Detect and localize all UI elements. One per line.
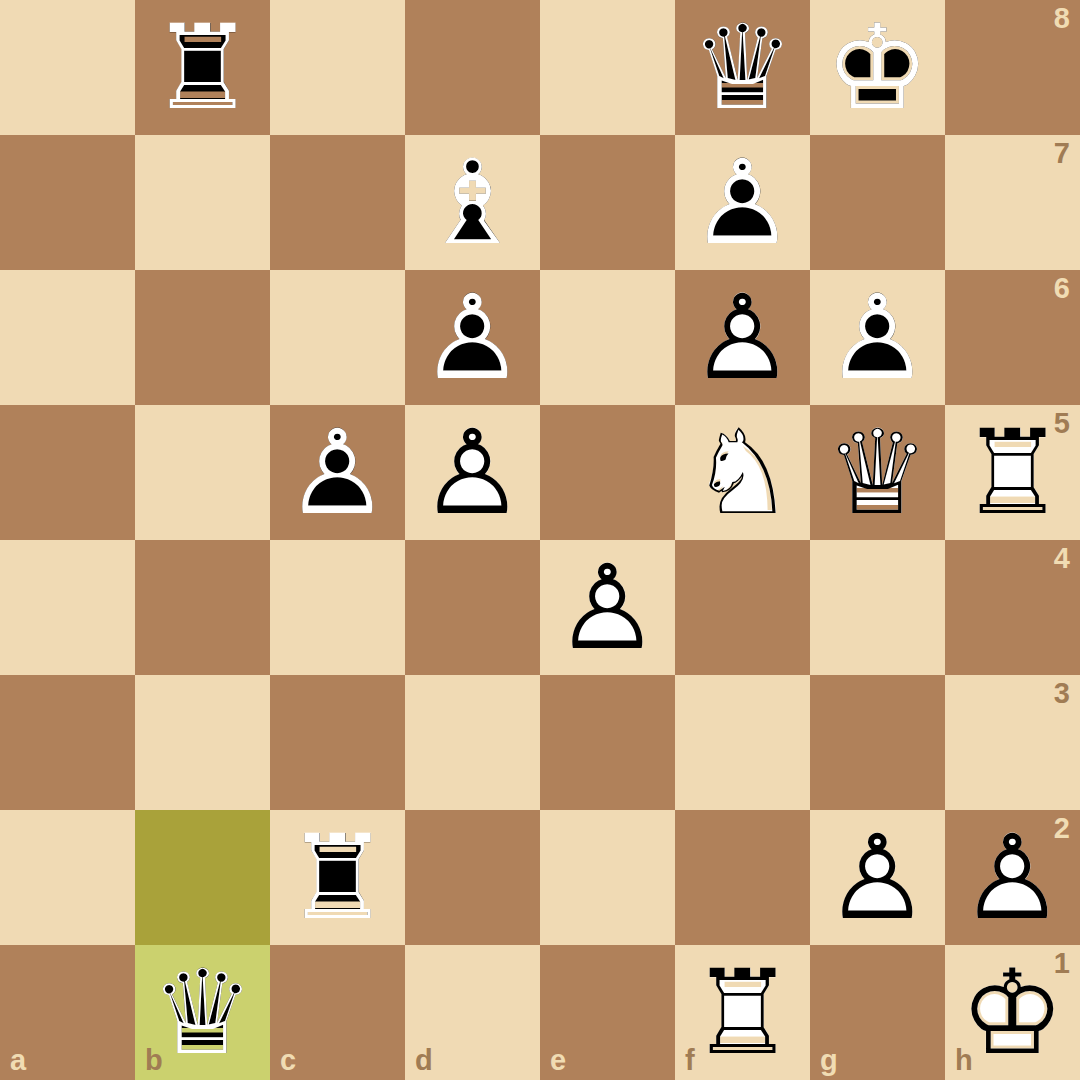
piece-black-pawn[interactable]: ♟♙ [405,270,540,405]
white-pawn-outline-icon: ♙ [675,270,810,405]
piece-white-pawn[interactable]: ♟♙ [810,810,945,945]
square-f2[interactable] [675,810,810,945]
black-pawn-icon: ♟ [405,270,540,405]
black-king-outline-icon: ♔ [810,0,945,135]
white-pawn-icon: ♟ [405,405,540,540]
white-rook-icon: ♜ [675,945,810,1080]
white-knight-icon: ♞ [675,405,810,540]
square-c8[interactable] [270,0,405,135]
square-h6[interactable]: 6 [945,270,1080,405]
coord-label-rank-4: 4 [1054,544,1070,573]
piece-black-pawn[interactable]: ♟♙ [270,405,405,540]
piece-black-queen[interactable]: ♛♕ [675,0,810,135]
coord-label-file-a: a [10,1046,26,1075]
white-rook-outline-icon: ♖ [675,945,810,1080]
square-a5[interactable] [0,405,135,540]
black-rook-outline-icon: ♖ [135,0,270,135]
piece-black-rook[interactable]: ♜♖ [270,810,405,945]
coord-label-rank-7: 7 [1054,139,1070,168]
black-rook-outline-icon: ♖ [270,810,405,945]
square-e3[interactable] [540,675,675,810]
piece-white-knight[interactable]: ♞♘ [675,405,810,540]
square-h8[interactable]: 8 [945,0,1080,135]
white-pawn-outline-icon: ♙ [540,540,675,675]
square-d2[interactable] [405,810,540,945]
square-b1[interactable]: ♛♕b [135,945,270,1080]
piece-white-pawn[interactable]: ♟♙ [675,270,810,405]
coord-label-file-d: d [415,1046,433,1075]
piece-white-pawn[interactable]: ♟♙ [405,405,540,540]
square-d3[interactable] [405,675,540,810]
square-f6[interactable]: ♟♙ [675,270,810,405]
black-pawn-icon: ♟ [270,405,405,540]
square-g1[interactable]: g [810,945,945,1080]
white-pawn-outline-icon: ♙ [810,810,945,945]
square-c5[interactable]: ♟♙ [270,405,405,540]
square-b2[interactable] [135,810,270,945]
black-pawn-outline-icon: ♙ [810,270,945,405]
coord-label-file-h: h [955,1046,973,1075]
square-b6[interactable] [135,270,270,405]
black-pawn-outline-icon: ♙ [675,135,810,270]
square-a1[interactable]: a [0,945,135,1080]
square-f4[interactable] [675,540,810,675]
black-pawn-outline-icon: ♙ [270,405,405,540]
white-knight-outline-icon: ♘ [675,405,810,540]
square-g2[interactable]: ♟♙ [810,810,945,945]
square-a8[interactable] [0,0,135,135]
square-e8[interactable] [540,0,675,135]
square-a7[interactable] [0,135,135,270]
square-b8[interactable]: ♜♖ [135,0,270,135]
square-e5[interactable] [540,405,675,540]
white-queen-icon: ♛ [810,405,945,540]
square-c3[interactable] [270,675,405,810]
square-e1[interactable]: e [540,945,675,1080]
square-c7[interactable] [270,135,405,270]
square-c4[interactable] [270,540,405,675]
black-pawn-icon: ♟ [810,270,945,405]
coord-label-file-b: b [145,1046,163,1075]
black-pawn-outline-icon: ♙ [405,270,540,405]
square-e7[interactable] [540,135,675,270]
piece-black-pawn[interactable]: ♟♙ [675,135,810,270]
square-h4[interactable]: 4 [945,540,1080,675]
piece-black-rook[interactable]: ♜♖ [135,0,270,135]
coord-label-file-e: e [550,1046,566,1075]
square-b7[interactable] [135,135,270,270]
square-b5[interactable] [135,405,270,540]
white-pawn-icon: ♟ [675,270,810,405]
piece-white-pawn[interactable]: ♟♙ [540,540,675,675]
square-b4[interactable] [135,540,270,675]
coord-label-rank-8: 8 [1054,4,1070,33]
square-c6[interactable] [270,270,405,405]
white-queen-outline-icon: ♕ [810,405,945,540]
square-h1[interactable]: ♚♔h1 [945,945,1080,1080]
square-d4[interactable] [405,540,540,675]
square-d6[interactable]: ♟♙ [405,270,540,405]
white-pawn-icon: ♟ [810,810,945,945]
black-rook-icon: ♜ [135,0,270,135]
piece-white-rook[interactable]: ♜♖ [675,945,810,1080]
coord-label-rank-5: 5 [1054,409,1070,438]
black-queen-icon: ♛ [675,0,810,135]
white-pawn-icon: ♟ [540,540,675,675]
square-g5[interactable]: ♛♕ [810,405,945,540]
square-d1[interactable]: d [405,945,540,1080]
black-king-icon: ♚ [810,0,945,135]
square-f7[interactable]: ♟♙ [675,135,810,270]
piece-black-bishop[interactable]: ♝♗ [405,135,540,270]
piece-white-queen[interactable]: ♛♕ [810,405,945,540]
square-g4[interactable] [810,540,945,675]
black-bishop-outline-icon: ♗ [405,135,540,270]
black-rook-icon: ♜ [270,810,405,945]
piece-black-pawn[interactable]: ♟♙ [810,270,945,405]
square-g8[interactable]: ♚♔ [810,0,945,135]
white-pawn-outline-icon: ♙ [405,405,540,540]
square-a2[interactable] [0,810,135,945]
square-e4[interactable]: ♟♙ [540,540,675,675]
square-d7[interactable]: ♝♗ [405,135,540,270]
square-g7[interactable] [810,135,945,270]
square-d5[interactable]: ♟♙ [405,405,540,540]
square-f8[interactable]: ♛♕ [675,0,810,135]
coord-label-file-g: g [820,1046,838,1075]
square-h3[interactable]: 3 [945,675,1080,810]
square-d8[interactable] [405,0,540,135]
black-bishop-icon: ♝ [405,135,540,270]
square-h5[interactable]: ♜♖5 [945,405,1080,540]
coord-label-rank-3: 3 [1054,679,1070,708]
square-c2[interactable]: ♜♖ [270,810,405,945]
square-a3[interactable] [0,675,135,810]
square-h7[interactable]: 7 [945,135,1080,270]
coord-label-rank-1: 1 [1054,949,1070,978]
square-e6[interactable] [540,270,675,405]
square-b3[interactable] [135,675,270,810]
square-h2[interactable]: ♟♙2 [945,810,1080,945]
coord-label-file-c: c [280,1046,296,1075]
coord-label-file-f: f [685,1046,695,1075]
square-f5[interactable]: ♞♘ [675,405,810,540]
square-g6[interactable]: ♟♙ [810,270,945,405]
square-g3[interactable] [810,675,945,810]
chess-board: ♜♖♛♕♚♔8♝♗♟♙7♟♙♟♙♟♙6♟♙♟♙♞♘♛♕♜♖5♟♙43♜♖♟♙♟♙… [0,0,1080,1080]
square-e2[interactable] [540,810,675,945]
square-f3[interactable] [675,675,810,810]
black-queen-outline-icon: ♕ [675,0,810,135]
square-a6[interactable] [0,270,135,405]
piece-black-king[interactable]: ♚♔ [810,0,945,135]
black-pawn-icon: ♟ [675,135,810,270]
square-c1[interactable]: c [270,945,405,1080]
square-a4[interactable] [0,540,135,675]
square-f1[interactable]: ♜♖f [675,945,810,1080]
coord-label-rank-6: 6 [1054,274,1070,303]
coord-label-rank-2: 2 [1054,814,1070,843]
